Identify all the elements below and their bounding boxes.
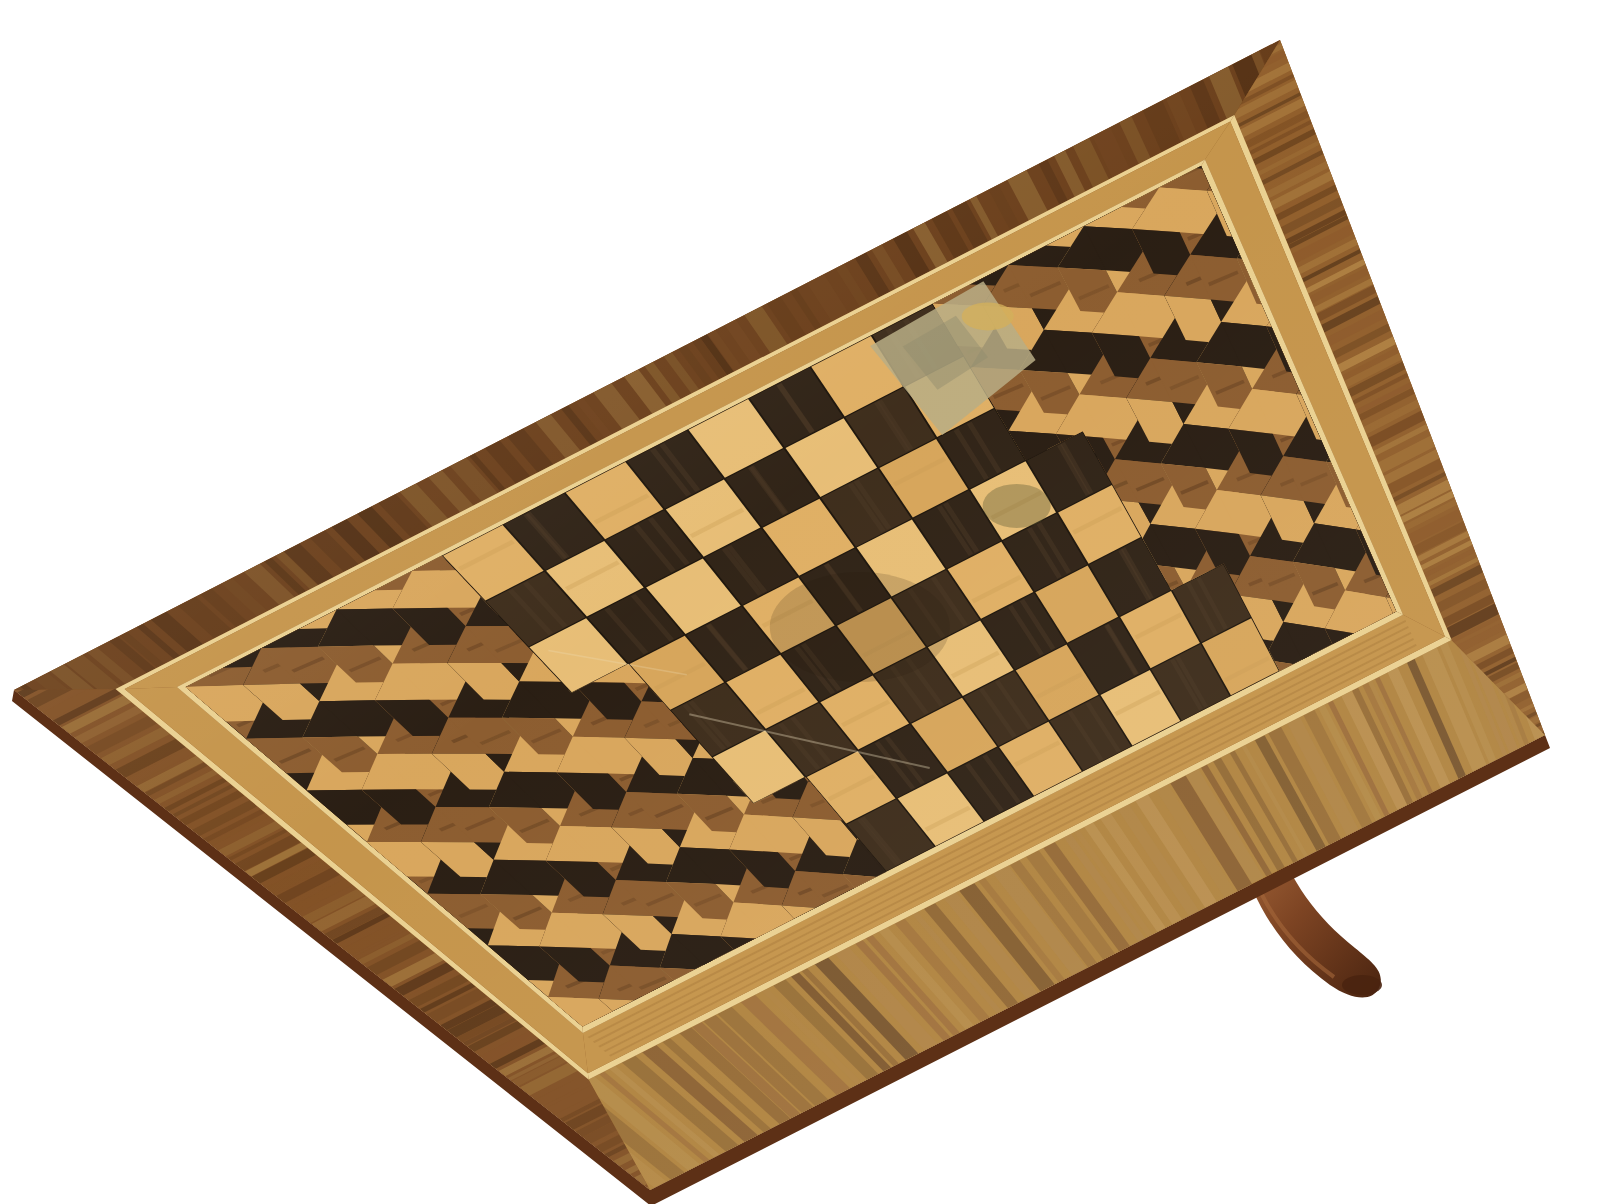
surface-sheen	[14, 40, 1545, 1190]
games-table-photo	[0, 0, 1600, 1204]
scene	[0, 0, 1600, 1204]
